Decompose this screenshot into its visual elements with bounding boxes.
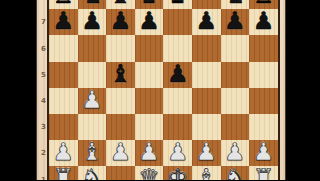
square-b7: ♟	[78, 9, 107, 35]
piece-white-king: ♚	[167, 165, 189, 180]
square-e4	[163, 88, 192, 114]
square-e7	[163, 9, 192, 35]
square-f6	[192, 35, 221, 61]
piece-white-pawn: ♟	[110, 139, 132, 165]
square-b4: ♟	[78, 88, 107, 114]
square-e3	[163, 114, 192, 140]
square-g6	[221, 35, 250, 61]
square-d1: ♛	[135, 166, 164, 180]
piece-black-pawn: ♟	[196, 8, 218, 34]
square-h5	[249, 62, 278, 88]
piece-white-knight: ♞	[224, 165, 246, 180]
piece-black-pawn: ♟	[81, 8, 103, 34]
square-c7: ♟	[106, 9, 135, 35]
square-h4	[249, 88, 278, 114]
square-c6	[106, 35, 135, 61]
square-d5	[135, 62, 164, 88]
square-c2: ♟	[106, 140, 135, 166]
piece-white-queen: ♛	[138, 165, 160, 180]
square-e8: ♚	[163, 0, 192, 9]
square-h7: ♟	[249, 9, 278, 35]
square-b3	[78, 114, 107, 140]
square-a1: ♜	[49, 166, 78, 180]
square-d3	[135, 114, 164, 140]
piece-black-pawn: ♟	[138, 8, 160, 34]
square-f1: ♝	[192, 166, 221, 180]
piece-white-bishop: ♝	[196, 165, 218, 180]
square-a5	[49, 62, 78, 88]
square-d7: ♟	[135, 9, 164, 35]
square-g1: ♞	[221, 166, 250, 180]
square-f3	[192, 114, 221, 140]
rank-label-3: 3	[40, 123, 47, 131]
square-h6	[249, 35, 278, 61]
piece-black-pawn: ♟	[53, 8, 75, 34]
rank-label-6: 6	[40, 45, 47, 53]
square-c1	[106, 166, 135, 180]
piece-black-pawn: ♟	[110, 8, 132, 34]
video-frame: 87654321 ♜♞♝♛♚♞♜♟♟♟♟♟♟♟♝♟♟♟♝♟♟♟♟♟♟♜♞♛♚♝♞…	[0, 0, 320, 180]
piece-black-pawn: ♟	[224, 8, 246, 34]
square-c5: ♝	[106, 62, 135, 88]
square-h2: ♟	[249, 140, 278, 166]
square-b1: ♞	[78, 166, 107, 180]
square-a3	[49, 114, 78, 140]
square-c3	[106, 114, 135, 140]
piece-white-pawn: ♟	[167, 139, 189, 165]
square-d4	[135, 88, 164, 114]
square-g7: ♟	[221, 9, 250, 35]
square-a6	[49, 35, 78, 61]
rank-label-2: 2	[40, 149, 47, 157]
square-g5	[221, 62, 250, 88]
square-a7: ♟	[49, 9, 78, 35]
piece-white-pawn: ♟	[224, 139, 246, 165]
square-h1: ♜	[249, 166, 278, 180]
piece-white-pawn: ♟	[81, 87, 103, 113]
square-e1: ♚	[163, 166, 192, 180]
square-h3	[249, 114, 278, 140]
square-a4	[49, 88, 78, 114]
piece-black-king: ♚	[167, 0, 189, 8]
square-d2: ♟	[135, 140, 164, 166]
square-g4	[221, 88, 250, 114]
square-e6	[163, 35, 192, 61]
square-g2: ♟	[221, 140, 250, 166]
piece-white-pawn: ♟	[53, 139, 75, 165]
piece-black-pawn: ♟	[167, 61, 189, 87]
piece-black-pawn: ♟	[253, 8, 275, 34]
square-b5	[78, 62, 107, 88]
square-f5	[192, 62, 221, 88]
square-d6	[135, 35, 164, 61]
piece-white-pawn: ♟	[138, 139, 160, 165]
piece-white-pawn: ♟	[253, 139, 275, 165]
rank-label-4: 4	[40, 97, 47, 105]
square-b6	[78, 35, 107, 61]
square-c4	[106, 88, 135, 114]
piece-white-rook: ♜	[253, 165, 275, 180]
square-f4	[192, 88, 221, 114]
rank-label-1: 1	[40, 176, 47, 181]
rank-label-5: 5	[40, 71, 47, 79]
square-e2: ♟	[163, 140, 192, 166]
piece-white-pawn: ♟	[196, 139, 218, 165]
piece-black-bishop: ♝	[110, 61, 132, 87]
chess-board-frame: 87654321 ♜♞♝♛♚♞♜♟♟♟♟♟♟♟♝♟♟♟♝♟♟♟♟♟♟♜♞♛♚♝♞…	[36, 0, 286, 180]
square-e5: ♟	[163, 62, 192, 88]
square-a2: ♟	[49, 140, 78, 166]
square-b2: ♝	[78, 140, 107, 166]
piece-white-bishop: ♝	[81, 139, 103, 165]
piece-white-knight: ♞	[81, 165, 103, 180]
rank-label-7: 7	[40, 18, 47, 26]
piece-white-rook: ♜	[53, 165, 75, 180]
square-f7: ♟	[192, 9, 221, 35]
square-f2: ♟	[192, 140, 221, 166]
square-g3	[221, 114, 250, 140]
chess-board: ♜♞♝♛♚♞♜♟♟♟♟♟♟♟♝♟♟♟♝♟♟♟♟♟♟♜♞♛♚♝♞♜	[47, 0, 280, 180]
